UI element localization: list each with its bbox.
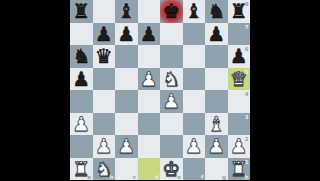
- black-knight: ♞: [72, 45, 90, 68]
- coordinate-rank-3: 3: [245, 114, 249, 120]
- square-h5[interactable]: ♛5: [228, 68, 251, 91]
- square-g2[interactable]: ♟: [205, 135, 228, 158]
- white-pawn: ♟: [230, 135, 248, 158]
- black-pawn: ♟: [207, 23, 225, 46]
- black-rook: ♜: [72, 0, 90, 23]
- white-rook: ♜: [72, 158, 90, 181]
- square-a5[interactable]: ♟: [70, 68, 93, 91]
- square-d1[interactable]: d: [138, 158, 161, 181]
- square-a2[interactable]: [70, 135, 93, 158]
- square-e4[interactable]: ♟: [160, 90, 183, 113]
- black-bishop: ♝: [117, 0, 135, 23]
- square-f8[interactable]: ♝: [183, 0, 206, 23]
- coordinate-file-c: c: [133, 174, 136, 180]
- black-pawn: ♟: [72, 68, 90, 91]
- square-d8[interactable]: [138, 0, 161, 23]
- square-c3[interactable]: [115, 113, 138, 136]
- square-c4[interactable]: [115, 90, 138, 113]
- white-knight: ♞: [95, 158, 113, 181]
- square-f1[interactable]: f: [183, 158, 206, 181]
- square-a7[interactable]: [70, 23, 93, 46]
- square-f7[interactable]: [183, 23, 206, 46]
- black-queen: ♛: [95, 45, 113, 68]
- coordinate-file-d: d: [155, 174, 159, 180]
- square-a8[interactable]: ♜: [70, 0, 93, 23]
- white-pawn: ♟: [95, 135, 113, 158]
- square-e5[interactable]: ♞: [160, 68, 183, 91]
- chess-app-screen: ♜♝♚♝♞♜8♟♟♟♟7♞♛♟6♟♟♞♛5♟4♟♝3♟♟♟♟♟2♜a♞bcd♚e…: [0, 0, 320, 180]
- square-d5[interactable]: ♟: [138, 68, 161, 91]
- white-pawn: ♟: [140, 68, 158, 91]
- square-d3[interactable]: [138, 113, 161, 136]
- square-h4[interactable]: 4: [228, 90, 251, 113]
- square-c6[interactable]: [115, 45, 138, 68]
- square-e7[interactable]: [160, 23, 183, 46]
- square-c2[interactable]: ♟: [115, 135, 138, 158]
- square-b2[interactable]: ♟: [93, 135, 116, 158]
- square-g6[interactable]: [205, 45, 228, 68]
- chess-board[interactable]: ♜♝♚♝♞♜8♟♟♟♟7♞♛♟6♟♟♞♛5♟4♟♝3♟♟♟♟♟2♜a♞bcd♚e…: [70, 0, 250, 180]
- square-d2[interactable]: [138, 135, 161, 158]
- square-b8[interactable]: [93, 0, 116, 23]
- coordinate-rank-8: 8: [245, 1, 249, 7]
- square-h3[interactable]: 3: [228, 113, 251, 136]
- white-rook: ♜: [230, 158, 248, 181]
- coordinate-file-h: h: [245, 174, 249, 180]
- white-knight: ♞: [162, 68, 180, 91]
- black-pawn: ♟: [230, 45, 248, 68]
- square-f5[interactable]: [183, 68, 206, 91]
- letterbox-right: [250, 0, 320, 180]
- square-h2[interactable]: ♟2: [228, 135, 251, 158]
- coordinate-file-a: a: [87, 174, 91, 180]
- coordinate-file-f: f: [201, 174, 203, 180]
- square-e2[interactable]: [160, 135, 183, 158]
- square-a4[interactable]: [70, 90, 93, 113]
- square-d6[interactable]: [138, 45, 161, 68]
- coordinate-file-e: e: [177, 174, 181, 180]
- black-pawn: ♟: [117, 23, 135, 46]
- square-g1[interactable]: g: [205, 158, 228, 181]
- white-bishop: ♝: [207, 113, 225, 136]
- white-king: ♚: [162, 158, 180, 181]
- white-pawn: ♟: [162, 90, 180, 113]
- coordinate-file-b: b: [110, 174, 114, 180]
- square-h6[interactable]: ♟6: [228, 45, 251, 68]
- coordinate-rank-2: 2: [245, 136, 249, 142]
- coordinate-file-g: g: [222, 174, 226, 180]
- square-b5[interactable]: [93, 68, 116, 91]
- white-pawn: ♟: [207, 135, 225, 158]
- white-pawn: ♟: [72, 113, 90, 136]
- square-c5[interactable]: [115, 68, 138, 91]
- square-e1[interactable]: ♚e: [160, 158, 183, 181]
- square-f3[interactable]: [183, 113, 206, 136]
- square-b3[interactable]: [93, 113, 116, 136]
- square-c8[interactable]: ♝: [115, 0, 138, 23]
- square-g4[interactable]: [205, 90, 228, 113]
- coordinate-rank-6: 6: [245, 46, 249, 52]
- square-e8[interactable]: ♚: [160, 0, 183, 23]
- square-g3[interactable]: ♝: [205, 113, 228, 136]
- square-c7[interactable]: ♟: [115, 23, 138, 46]
- square-h7[interactable]: 7: [228, 23, 251, 46]
- square-a6[interactable]: ♞: [70, 45, 93, 68]
- square-e6[interactable]: [160, 45, 183, 68]
- square-g8[interactable]: ♞: [205, 0, 228, 23]
- square-f4[interactable]: [183, 90, 206, 113]
- black-pawn: ♟: [140, 23, 158, 46]
- white-pawn: ♟: [185, 135, 203, 158]
- black-bishop: ♝: [185, 0, 203, 23]
- black-king: ♚: [162, 0, 180, 23]
- square-a1[interactable]: ♜a: [70, 158, 93, 181]
- square-b7[interactable]: ♟: [93, 23, 116, 46]
- square-c1[interactable]: c: [115, 158, 138, 181]
- square-b6[interactable]: ♛: [93, 45, 116, 68]
- square-b1[interactable]: ♞b: [93, 158, 116, 181]
- coordinate-rank-5: 5: [245, 69, 249, 75]
- square-d7[interactable]: ♟: [138, 23, 161, 46]
- square-a3[interactable]: ♟: [70, 113, 93, 136]
- square-g5[interactable]: [205, 68, 228, 91]
- white-queen: ♛: [230, 68, 248, 91]
- black-knight: ♞: [207, 0, 225, 23]
- square-d4[interactable]: [138, 90, 161, 113]
- square-f6[interactable]: [183, 45, 206, 68]
- square-h8[interactable]: ♜8: [228, 0, 251, 23]
- coordinate-rank-1: 1: [245, 159, 249, 165]
- square-g7[interactable]: ♟: [205, 23, 228, 46]
- coordinate-rank-7: 7: [245, 24, 249, 30]
- black-rook: ♜: [230, 0, 248, 23]
- square-f2[interactable]: ♟: [183, 135, 206, 158]
- square-e3[interactable]: [160, 113, 183, 136]
- coordinate-rank-4: 4: [245, 91, 249, 97]
- letterbox-left: [0, 0, 70, 180]
- square-b4[interactable]: [93, 90, 116, 113]
- black-pawn: ♟: [95, 23, 113, 46]
- white-pawn: ♟: [117, 135, 135, 158]
- square-h1[interactable]: ♜1h: [228, 158, 251, 181]
